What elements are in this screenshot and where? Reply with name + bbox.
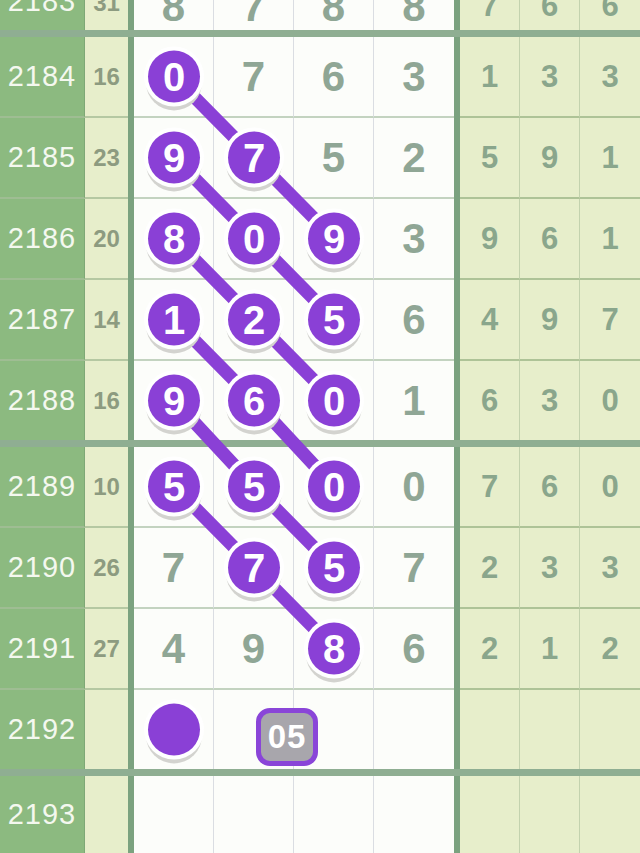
main-digit-cell xyxy=(134,690,214,769)
main-digit-cell: 1 xyxy=(134,280,214,361)
group-separator xyxy=(0,769,640,776)
issue-cell: 2188 xyxy=(0,361,84,440)
right-digit-cell: 2 xyxy=(460,609,520,690)
main-digit-cell: 2 xyxy=(374,118,454,199)
sum-cell: 10 xyxy=(84,447,128,528)
main-digit-cell: 9 xyxy=(294,199,374,280)
issue-cell: 2192 xyxy=(0,690,84,769)
main-digit-cell: 0 xyxy=(294,447,374,528)
main-digit-cell xyxy=(214,776,294,853)
main-digit-cell xyxy=(374,776,454,853)
chart-row-2185: 2185239752591 xyxy=(0,118,640,199)
right-digit-cell: 0 xyxy=(580,447,640,528)
chart-row-2189: 2189105500760 xyxy=(0,447,640,528)
main-digit-cell: 5 xyxy=(294,528,374,609)
chart-row-2191: 2191274986212 xyxy=(0,609,640,690)
right-digit-cell: 3 xyxy=(520,37,580,118)
main-digit-cell xyxy=(374,690,454,769)
right-digit-cell: 7 xyxy=(580,280,640,361)
right-digit-cell xyxy=(460,690,520,769)
right-digit-cell xyxy=(460,776,520,853)
right-digit-cell: 3 xyxy=(520,528,580,609)
right-digit-cell: 1 xyxy=(580,199,640,280)
sum-cell xyxy=(84,776,128,853)
right-digit-cell: 6 xyxy=(520,0,580,30)
group-separator xyxy=(0,440,640,447)
sum-cell: 14 xyxy=(84,280,128,361)
sum-cell xyxy=(84,690,128,769)
chart-row-2190: 2190267757233 xyxy=(0,528,640,609)
group-separator xyxy=(0,30,640,37)
issue-cell: 2185 xyxy=(0,118,84,199)
main-digit-cell: 8 xyxy=(134,199,214,280)
chart-grid: 2183318788766218416076313321852397525912… xyxy=(0,0,640,853)
chart-row-2186: 2186208093961 xyxy=(0,199,640,280)
main-digit-cell: 0 xyxy=(374,447,454,528)
sum-cell: 26 xyxy=(84,528,128,609)
issue-cell: 2190 xyxy=(0,528,84,609)
right-digit-cell xyxy=(580,776,640,853)
chart-row-2193: 2193 xyxy=(0,776,640,853)
main-digit-cell: 7 xyxy=(214,37,294,118)
main-digit-cell: 7 xyxy=(214,118,294,199)
main-digit-cell xyxy=(294,776,374,853)
right-digit-cell: 3 xyxy=(520,361,580,440)
right-digit-cell: 1 xyxy=(580,118,640,199)
right-digit-cell: 3 xyxy=(580,528,640,609)
main-digit-cell: 7 xyxy=(374,528,454,609)
right-digit-cell: 0 xyxy=(580,361,640,440)
main-digit-cell: 3 xyxy=(374,199,454,280)
right-digit-cell: 1 xyxy=(460,37,520,118)
main-digit-cell: 8 xyxy=(374,0,454,30)
issue-cell: 2186 xyxy=(0,199,84,280)
sum-cell: 16 xyxy=(84,361,128,440)
right-digit-cell: 2 xyxy=(580,609,640,690)
right-digit-cell: 7 xyxy=(460,0,520,30)
right-digit-cell: 6 xyxy=(580,0,640,30)
main-digit-cell: 1 xyxy=(374,361,454,440)
right-digit-cell: 2 xyxy=(460,528,520,609)
main-digit-cell: 4 xyxy=(134,609,214,690)
issue-cell: 2193 xyxy=(0,776,84,853)
right-digit-cell: 6 xyxy=(520,447,580,528)
chart-row-2183: 2183318788766 xyxy=(0,0,640,30)
chart-row-2187: 2187141256497 xyxy=(0,280,640,361)
right-digit-cell: 5 xyxy=(460,118,520,199)
right-digit-cell: 1 xyxy=(520,609,580,690)
right-digit-cell xyxy=(580,690,640,769)
main-digit-cell: 5 xyxy=(134,447,214,528)
main-digit-cell: 2 xyxy=(214,280,294,361)
right-digit-cell: 3 xyxy=(580,37,640,118)
main-digit-cell: 7 xyxy=(134,528,214,609)
main-digit-cell: 5 xyxy=(294,280,374,361)
main-digit-cell: 3 xyxy=(374,37,454,118)
main-digit-cell: 9 xyxy=(214,609,294,690)
right-digit-cell: 9 xyxy=(520,118,580,199)
issue-cell: 2189 xyxy=(0,447,84,528)
main-digit-cell xyxy=(134,776,214,853)
right-digit-cell: 6 xyxy=(460,361,520,440)
main-digit-cell: 6 xyxy=(294,37,374,118)
sum-cell: 16 xyxy=(84,37,128,118)
main-digit-cell: 9 xyxy=(134,118,214,199)
right-digit-cell xyxy=(520,690,580,769)
main-digit-cell: 6 xyxy=(374,280,454,361)
main-digit-cell: 9 xyxy=(134,361,214,440)
sum-cell: 20 xyxy=(84,199,128,280)
main-digit-cell: 0 xyxy=(214,199,294,280)
main-digit-cell: 8 xyxy=(134,0,214,30)
issue-cell: 2183 xyxy=(0,0,84,30)
right-digit-cell: 6 xyxy=(520,199,580,280)
chart-row-2188: 2188169601630 xyxy=(0,361,640,440)
prediction-badge[interactable]: 05 xyxy=(256,708,318,766)
main-digit-cell: 0 xyxy=(134,37,214,118)
right-digit-cell xyxy=(520,776,580,853)
main-digit-cell: 7 xyxy=(214,0,294,30)
chart-row-2184: 2184160763133 xyxy=(0,37,640,118)
main-digit-cell: 5 xyxy=(214,447,294,528)
sum-cell: 23 xyxy=(84,118,128,199)
main-digit-cell: 5 xyxy=(294,118,374,199)
issue-cell: 2187 xyxy=(0,280,84,361)
right-digit-cell: 9 xyxy=(520,280,580,361)
right-digit-cell: 4 xyxy=(460,280,520,361)
right-digit-cell: 9 xyxy=(460,199,520,280)
sum-cell: 31 xyxy=(84,0,128,30)
main-digit-cell: 8 xyxy=(294,0,374,30)
sum-cell: 27 xyxy=(84,609,128,690)
issue-cell: 2191 xyxy=(0,609,84,690)
main-digit-cell: 6 xyxy=(214,361,294,440)
trend-chart: 2183318788766218416076313321852397525912… xyxy=(0,0,640,853)
main-digit-cell: 8 xyxy=(294,609,374,690)
issue-cell: 2184 xyxy=(0,37,84,118)
chart-row-2192: 2192 xyxy=(0,690,640,769)
main-digit-cell: 0 xyxy=(294,361,374,440)
right-digit-cell: 7 xyxy=(460,447,520,528)
main-digit-cell: 7 xyxy=(214,528,294,609)
main-digit-cell: 6 xyxy=(374,609,454,690)
